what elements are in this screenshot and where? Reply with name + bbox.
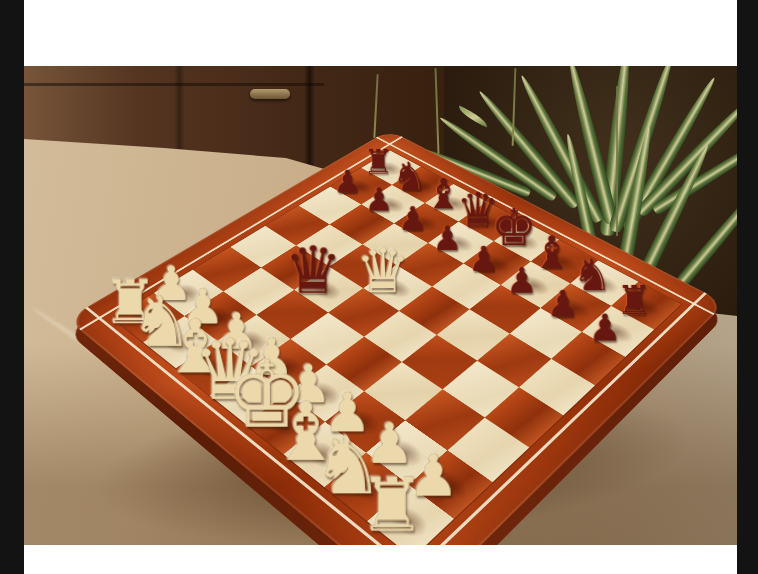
chessboard: ♜♞♝♛♚♝♞♜♟♟♟♟♟♟♟♟♛♛♟♟♟♟♟♟♟♟♜♞♝♛♚♝♞♜ [67,130,726,545]
board-frame: ♜♞♝♛♚♝♞♜♟♟♟♟♟♟♟♟♛♛♟♟♟♟♟♟♟♟♜♞♝♛♚♝♞♜ [67,130,726,545]
right-black-bar [737,0,758,574]
left-black-bar [0,0,24,574]
board-grid: ♜♞♝♛♚♝♞♜♟♟♟♟♟♟♟♟♛♛♟♟♟♟♟♟♟♟♜♞♝♛♚♝♞♜ [113,150,681,545]
board-scene: ♜♞♝♛♚♝♞♜♟♟♟♟♟♟♟♟♛♛♟♟♟♟♟♟♟♟♜♞♝♛♚♝♞♜ [24,66,737,545]
product-photo: ♜♞♝♛♚♝♞♜♟♟♟♟♟♟♟♟♛♛♟♟♟♟♟♟♟♟♜♞♝♛♚♝♞♜ [24,66,737,545]
